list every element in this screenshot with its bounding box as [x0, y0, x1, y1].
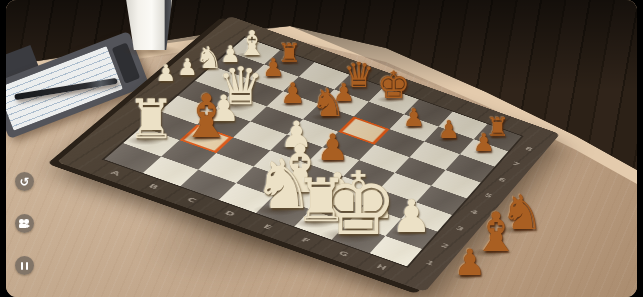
game-scene: ABCDEFGH12345678 ♜♚♛♜♟♟♟♟♟♞♟♛♟♟♟♝♟♟♟♝♜♚♜…	[6, 0, 637, 297]
piece-white-rook[interactable]: ♜	[127, 94, 176, 148]
piece-white-pawn[interactable]: ♟	[156, 62, 176, 85]
piece-black-pawn[interactable]: ♟	[473, 131, 495, 155]
piece-black-pawn[interactable]: ♟	[438, 119, 460, 143]
piece-black-pawn[interactable]: ♟	[403, 106, 425, 130]
undo-button[interactable]: ↺	[15, 172, 34, 191]
piece-black-knight[interactable]: ♞	[501, 189, 544, 237]
pause-button[interactable]	[15, 256, 34, 275]
pause-icon	[15, 256, 34, 275]
undo-arrow-icon: ↺	[15, 172, 34, 191]
piece-black-pawn[interactable]: ♟	[280, 80, 305, 108]
app-screen: ABCDEFGH12345678 ♜♚♛♜♟♟♟♟♟♞♟♛♟♟♟♝♟♟♟♝♜♚♜…	[0, 0, 643, 297]
camera-button[interactable]	[15, 214, 34, 233]
piece-black-knight[interactable]: ♞	[311, 84, 345, 122]
piece-black-king[interactable]: ♚	[377, 68, 410, 105]
piece-white-knight[interactable]: ♞	[253, 151, 314, 219]
piece-black-bishop[interactable]: ♝	[180, 86, 233, 146]
movie-camera-icon	[15, 214, 34, 233]
